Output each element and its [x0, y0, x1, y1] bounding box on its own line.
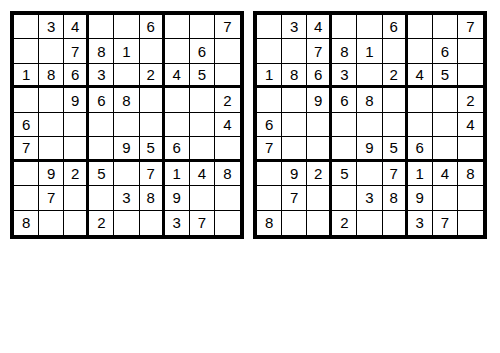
cell-r1c1[interactable] [257, 15, 282, 39]
cell-r9c7[interactable]: 3 [408, 211, 433, 235]
cell-r2c6[interactable] [140, 39, 165, 63]
cell-r6c5[interactable]: 9 [114, 137, 139, 161]
cell-r7c9[interactable]: 8 [458, 162, 483, 186]
cell-r4c1[interactable] [257, 88, 282, 112]
cell-r6c4[interactable] [332, 137, 357, 161]
cell-r4c5[interactable]: 8 [114, 88, 139, 112]
cell-r8c2[interactable]: 7 [282, 186, 307, 210]
cell-r4c1[interactable] [14, 88, 39, 112]
cell-r5c6[interactable] [383, 113, 408, 137]
cell-r7c2[interactable]: 9 [282, 162, 307, 186]
cell-r5c5[interactable] [114, 113, 139, 137]
cell-r8c7[interactable]: 9 [408, 186, 433, 210]
cell-r6c1[interactable]: 7 [257, 137, 282, 161]
cell-r7c1[interactable] [257, 162, 282, 186]
cell-r6c4[interactable] [89, 137, 114, 161]
cell-r6c6[interactable]: 5 [383, 137, 408, 161]
cell-r5c6[interactable] [140, 113, 165, 137]
page: 3467781618632459682647956925714873898237… [0, 0, 500, 353]
cell-r2c4[interactable]: 8 [332, 39, 357, 63]
cell-r3c2[interactable]: 8 [39, 64, 64, 88]
cell-r8c5[interactable]: 3 [114, 186, 139, 210]
cell-r2c9[interactable] [215, 39, 240, 63]
cell-r4c8[interactable] [433, 88, 458, 112]
cell-r7c3[interactable]: 2 [64, 162, 89, 186]
cell-r7c3[interactable]: 2 [307, 162, 332, 186]
cell-r1c3[interactable]: 4 [307, 15, 332, 39]
cell-r8c4[interactable] [89, 186, 114, 210]
cell-r7c7[interactable]: 1 [408, 162, 433, 186]
cell-r5c3[interactable] [64, 113, 89, 137]
cell-r6c5[interactable]: 9 [357, 137, 382, 161]
cell-r2c3[interactable]: 7 [64, 39, 89, 63]
cell-r2c3[interactable]: 7 [307, 39, 332, 63]
cell-r1c7[interactable] [408, 15, 433, 39]
cell-r4c6[interactable] [140, 88, 165, 112]
cell-r2c5[interactable]: 1 [357, 39, 382, 63]
cell-r9c8[interactable]: 7 [433, 211, 458, 235]
cell-r4c8[interactable] [190, 88, 215, 112]
cell-r1c4[interactable] [89, 15, 114, 39]
cell-r7c8[interactable]: 4 [433, 162, 458, 186]
cell-r3c5[interactable] [357, 64, 382, 88]
cell-r1c2[interactable]: 3 [282, 15, 307, 39]
cell-r8c3[interactable] [307, 186, 332, 210]
cell-r9c1[interactable]: 8 [257, 211, 282, 235]
cell-r2c2[interactable] [282, 39, 307, 63]
cell-r5c1[interactable]: 6 [14, 113, 39, 137]
cell-r6c2[interactable] [282, 137, 307, 161]
cell-r6c1[interactable]: 7 [14, 137, 39, 161]
cell-r7c7[interactable]: 1 [165, 162, 190, 186]
cell-r1c6[interactable]: 6 [140, 15, 165, 39]
sudoku-board-right: 3467781618632459682647956925714873898237 [253, 11, 487, 239]
cell-r9c1[interactable]: 8 [14, 211, 39, 235]
cell-r4c6[interactable] [383, 88, 408, 112]
cell-r8c5[interactable]: 3 [357, 186, 382, 210]
cell-r7c4[interactable]: 5 [332, 162, 357, 186]
cell-r9c5[interactable] [357, 211, 382, 235]
cell-r8c7[interactable]: 9 [165, 186, 190, 210]
cell-r3c9[interactable] [458, 64, 483, 88]
cell-r7c6[interactable]: 7 [383, 162, 408, 186]
cell-r3c8[interactable]: 5 [433, 64, 458, 88]
cell-r3c3[interactable]: 6 [64, 64, 89, 88]
cell-r3c4[interactable]: 3 [332, 64, 357, 88]
cell-r5c1[interactable]: 6 [257, 113, 282, 137]
cell-r5c7[interactable] [165, 113, 190, 137]
cell-r3c9[interactable] [215, 64, 240, 88]
cell-r2c7[interactable] [165, 39, 190, 63]
cell-r9c3[interactable] [64, 211, 89, 235]
cell-r8c1[interactable] [14, 186, 39, 210]
cell-r3c2[interactable]: 8 [282, 64, 307, 88]
cell-r2c8[interactable]: 6 [190, 39, 215, 63]
cell-r3c6[interactable]: 2 [383, 64, 408, 88]
cell-r6c2[interactable] [39, 137, 64, 161]
cell-r3c6[interactable]: 2 [140, 64, 165, 88]
cell-r5c3[interactable] [307, 113, 332, 137]
cell-r9c3[interactable] [307, 211, 332, 235]
cell-r5c8[interactable] [190, 113, 215, 137]
cell-r9c6[interactable] [383, 211, 408, 235]
cell-r4c4[interactable]: 6 [89, 88, 114, 112]
cell-r4c3[interactable]: 9 [307, 88, 332, 112]
cell-r1c9[interactable]: 7 [458, 15, 483, 39]
cell-r3c4[interactable]: 3 [89, 64, 114, 88]
cell-r8c6[interactable]: 8 [140, 186, 165, 210]
cell-r6c3[interactable] [307, 137, 332, 161]
cell-r6c7[interactable]: 6 [165, 137, 190, 161]
cell-r4c7[interactable] [408, 88, 433, 112]
cell-r1c8[interactable] [190, 15, 215, 39]
cell-r5c2[interactable] [39, 113, 64, 137]
cell-r2c2[interactable] [39, 39, 64, 63]
cell-r8c6[interactable]: 8 [383, 186, 408, 210]
cell-r9c9[interactable] [458, 211, 483, 235]
cell-r6c7[interactable]: 6 [408, 137, 433, 161]
cell-r1c5[interactable] [114, 15, 139, 39]
cell-r7c2[interactable]: 9 [39, 162, 64, 186]
cell-r6c6[interactable]: 5 [140, 137, 165, 161]
cell-r6c8[interactable] [190, 137, 215, 161]
cell-r7c8[interactable]: 4 [190, 162, 215, 186]
cell-r3c7[interactable]: 4 [165, 64, 190, 88]
cell-r2c9[interactable] [458, 39, 483, 63]
cell-r1c2[interactable]: 3 [39, 15, 64, 39]
cell-r1c1[interactable] [14, 15, 39, 39]
cell-r7c5[interactable] [114, 162, 139, 186]
cell-r7c9[interactable]: 8 [215, 162, 240, 186]
cell-r8c4[interactable] [332, 186, 357, 210]
cell-r1c4[interactable] [332, 15, 357, 39]
cell-r8c2[interactable]: 7 [39, 186, 64, 210]
cell-r9c4[interactable]: 2 [332, 211, 357, 235]
cell-r4c9[interactable]: 2 [215, 88, 240, 112]
cell-r8c8[interactable] [190, 186, 215, 210]
cell-r3c7[interactable]: 4 [408, 64, 433, 88]
cell-r2c1[interactable] [257, 39, 282, 63]
cell-r4c2[interactable] [39, 88, 64, 112]
cell-r9c6[interactable] [140, 211, 165, 235]
cell-r2c6[interactable] [383, 39, 408, 63]
cell-r1c6[interactable]: 6 [383, 15, 408, 39]
cell-r9c8[interactable]: 7 [190, 211, 215, 235]
cell-r1c9[interactable]: 7 [215, 15, 240, 39]
cell-r8c3[interactable] [64, 186, 89, 210]
cell-r5c4[interactable] [89, 113, 114, 137]
sudoku-boards-row: 3467781618632459682647956925714873898237… [10, 11, 487, 239]
cell-r4c2[interactable] [282, 88, 307, 112]
cell-r4c4[interactable]: 6 [332, 88, 357, 112]
cell-r3c1[interactable]: 1 [14, 64, 39, 88]
cell-r4c7[interactable] [165, 88, 190, 112]
cell-r2c7[interactable] [408, 39, 433, 63]
cell-r4c9[interactable]: 2 [458, 88, 483, 112]
cell-r9c4[interactable]: 2 [89, 211, 114, 235]
cell-r7c4[interactable]: 5 [89, 162, 114, 186]
cell-r8c9[interactable] [458, 186, 483, 210]
cell-r7c6[interactable]: 7 [140, 162, 165, 186]
cell-r4c5[interactable]: 8 [357, 88, 382, 112]
cell-r8c1[interactable] [257, 186, 282, 210]
cell-r7c1[interactable] [14, 162, 39, 186]
cell-r9c7[interactable]: 3 [165, 211, 190, 235]
cell-r2c8[interactable]: 6 [433, 39, 458, 63]
cell-r4c3[interactable]: 9 [64, 88, 89, 112]
cell-r2c5[interactable]: 1 [114, 39, 139, 63]
cell-r5c7[interactable] [408, 113, 433, 137]
cell-r5c9[interactable]: 4 [458, 113, 483, 137]
cell-r3c3[interactable]: 6 [307, 64, 332, 88]
cell-r6c3[interactable] [64, 137, 89, 161]
cell-r5c2[interactable] [282, 113, 307, 137]
cell-r5c5[interactable] [357, 113, 382, 137]
cell-r9c2[interactable] [39, 211, 64, 235]
cell-r9c9[interactable] [215, 211, 240, 235]
cell-r5c9[interactable]: 4 [215, 113, 240, 137]
cell-r1c3[interactable]: 4 [64, 15, 89, 39]
cell-r6c9[interactable] [458, 137, 483, 161]
cell-r7c5[interactable] [357, 162, 382, 186]
cell-r3c1[interactable]: 1 [257, 64, 282, 88]
cell-r3c5[interactable] [114, 64, 139, 88]
cell-r6c9[interactable] [215, 137, 240, 161]
cell-r1c7[interactable] [165, 15, 190, 39]
cell-r2c1[interactable] [14, 39, 39, 63]
cell-r9c5[interactable] [114, 211, 139, 235]
cell-r8c9[interactable] [215, 186, 240, 210]
cell-r2c4[interactable]: 8 [89, 39, 114, 63]
cell-r9c2[interactable] [282, 211, 307, 235]
sudoku-board-left: 3467781618632459682647956925714873898237 [10, 11, 244, 239]
cell-r3c8[interactable]: 5 [190, 64, 215, 88]
cell-r6c8[interactable] [433, 137, 458, 161]
cell-r1c8[interactable] [433, 15, 458, 39]
cell-r1c5[interactable] [357, 15, 382, 39]
cell-r5c4[interactable] [332, 113, 357, 137]
cell-r8c8[interactable] [433, 186, 458, 210]
cell-r5c8[interactable] [433, 113, 458, 137]
